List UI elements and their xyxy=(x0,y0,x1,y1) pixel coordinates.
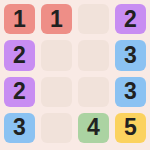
empty-cell-r1c3 xyxy=(78,4,109,34)
tile-2-r1c4[interactable]: 2 xyxy=(115,4,146,34)
empty-cell-r2c3 xyxy=(78,40,109,70)
tile-4-r4c3[interactable]: 4 xyxy=(78,113,109,143)
tile-2-r3c1[interactable]: 2 xyxy=(4,77,35,107)
empty-cell-r2c2 xyxy=(41,40,72,70)
empty-cell-r3c3 xyxy=(78,77,109,107)
empty-cell-r3c2 xyxy=(41,77,72,107)
empty-cell-r4c2 xyxy=(41,113,72,143)
tile-5-r4c4[interactable]: 5 xyxy=(115,113,146,143)
tile-1-r1c1[interactable]: 1 xyxy=(4,4,35,34)
tile-3-r3c4[interactable]: 3 xyxy=(115,77,146,107)
tile-2-r2c1[interactable]: 2 xyxy=(4,40,35,70)
tile-3-r2c4[interactable]: 3 xyxy=(115,40,146,70)
tile-3-r4c1[interactable]: 3 xyxy=(4,113,35,143)
puzzle-board[interactable]: 1122323345 xyxy=(0,0,150,150)
tile-1-r1c2[interactable]: 1 xyxy=(41,4,72,34)
